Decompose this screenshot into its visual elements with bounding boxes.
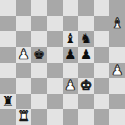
square-f5[interactable]: ♟: [78, 47, 94, 63]
square-d7[interactable]: [47, 16, 63, 32]
black-king: ♚: [33, 47, 45, 61]
black-rook: ♜: [2, 94, 14, 108]
black-bishop: ♝: [64, 32, 76, 46]
square-g4[interactable]: [94, 63, 110, 79]
square-e8[interactable]: [63, 0, 79, 16]
square-a5[interactable]: [0, 47, 16, 63]
square-d2[interactable]: [47, 94, 63, 110]
square-d6[interactable]: [47, 31, 63, 47]
square-e5[interactable]: ♟: [63, 47, 79, 63]
square-a4[interactable]: [0, 63, 16, 79]
square-d3[interactable]: [47, 78, 63, 94]
white-rook: ♜: [17, 110, 29, 124]
square-c2[interactable]: [31, 94, 47, 110]
square-f8[interactable]: [78, 0, 94, 16]
square-e3[interactable]: ♟: [63, 78, 79, 94]
square-b8[interactable]: [16, 0, 32, 16]
square-b5[interactable]: ♟: [16, 47, 32, 63]
square-e1[interactable]: [63, 109, 79, 125]
square-b1[interactable]: ♜: [16, 109, 32, 125]
square-f3[interactable]: ♚: [78, 78, 94, 94]
square-h4[interactable]: ♟: [109, 63, 125, 79]
square-f1[interactable]: [78, 109, 94, 125]
square-g1[interactable]: [94, 109, 110, 125]
square-g7[interactable]: [94, 16, 110, 32]
square-g3[interactable]: [94, 78, 110, 94]
chess-board-container: ♝♝♞♟♚♟♟♟♟♚♜♜: [0, 0, 125, 125]
white-pawn: ♟: [64, 79, 76, 93]
square-d4[interactable]: [47, 63, 63, 79]
white-pawn: ♟: [17, 47, 29, 61]
square-h6[interactable]: [109, 31, 125, 47]
white-bishop: ♝: [111, 16, 123, 30]
black-knight: ♞: [80, 32, 92, 46]
black-pawn: ♟: [64, 47, 76, 61]
square-h2[interactable]: [109, 94, 125, 110]
square-b4[interactable]: [16, 63, 32, 79]
square-d5[interactable]: [47, 47, 63, 63]
square-c4[interactable]: [31, 63, 47, 79]
square-h3[interactable]: [109, 78, 125, 94]
black-pawn: ♟: [80, 47, 92, 61]
square-c5[interactable]: ♚: [31, 47, 47, 63]
square-f2[interactable]: [78, 94, 94, 110]
square-a7[interactable]: [0, 16, 16, 32]
square-d8[interactable]: [47, 0, 63, 16]
white-pawn: ♟: [111, 63, 123, 77]
square-a2[interactable]: ♜: [0, 94, 16, 110]
square-g5[interactable]: [94, 47, 110, 63]
square-b3[interactable]: [16, 78, 32, 94]
square-b7[interactable]: [16, 16, 32, 32]
square-c7[interactable]: [31, 16, 47, 32]
square-g8[interactable]: [94, 0, 110, 16]
square-h1[interactable]: [109, 109, 125, 125]
square-c3[interactable]: [31, 78, 47, 94]
white-king: ♚: [80, 79, 92, 93]
square-d1[interactable]: [47, 109, 63, 125]
square-g6[interactable]: [94, 31, 110, 47]
square-a6[interactable]: [0, 31, 16, 47]
square-g2[interactable]: [94, 94, 110, 110]
chess-board: ♝♝♞♟♚♟♟♟♟♚♜♜: [0, 0, 125, 125]
square-e2[interactable]: [63, 94, 79, 110]
square-a8[interactable]: [0, 0, 16, 16]
square-h7[interactable]: ♝: [109, 16, 125, 32]
square-c1[interactable]: [31, 109, 47, 125]
square-c8[interactable]: [31, 0, 47, 16]
square-a1[interactable]: [0, 109, 16, 125]
